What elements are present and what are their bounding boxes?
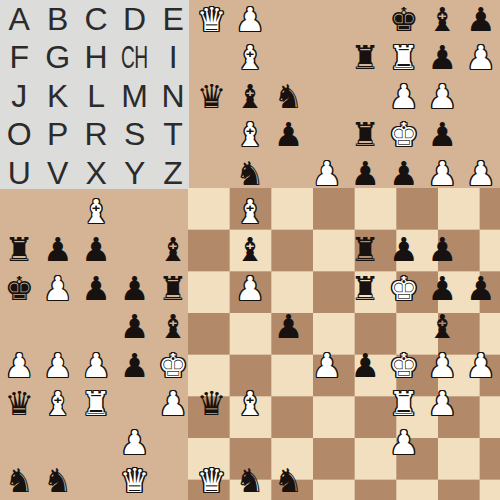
piece-wB[interactable]: ♝ xyxy=(231,192,269,230)
letter-U: U xyxy=(0,154,38,192)
piece-wP[interactable]: ♟ xyxy=(231,0,269,38)
piece-bP[interactable]: ♟ xyxy=(115,346,153,384)
piece-wR[interactable]: ♜ xyxy=(385,385,423,423)
collage-canvas: ABCDE♛♟♚♝♟FGHCHI♝♜♜♟♟JKLMN♛♝♞♟♟OPRST♝♟♜♚… xyxy=(0,0,500,500)
piece-bB[interactable]: ♝ xyxy=(423,308,461,346)
letter-Y: Y xyxy=(115,154,153,192)
piece-bN[interactable]: ♞ xyxy=(38,462,76,500)
piece-wP[interactable]: ♟ xyxy=(38,346,76,384)
letter-I: I xyxy=(154,38,192,76)
piece-wP[interactable]: ♟ xyxy=(423,154,461,192)
piece-bR[interactable]: ♜ xyxy=(346,231,384,269)
piece-bQ[interactable]: ♛ xyxy=(0,385,38,423)
piece-bR[interactable]: ♜ xyxy=(0,231,38,269)
piece-bB[interactable]: ♝ xyxy=(423,0,461,38)
letter-P: P xyxy=(38,115,76,153)
piece-bP[interactable]: ♟ xyxy=(115,269,153,307)
piece-bP[interactable]: ♟ xyxy=(423,231,461,269)
piece-bB[interactable]: ♝ xyxy=(154,308,192,346)
letter-L: L xyxy=(77,77,115,115)
piece-bR[interactable]: ♜ xyxy=(154,269,192,307)
letter-Z: Z xyxy=(154,154,192,192)
piece-bN[interactable]: ♞ xyxy=(231,462,269,500)
piece-wP[interactable]: ♟ xyxy=(423,77,461,115)
piece-bP[interactable]: ♟ xyxy=(346,346,384,384)
piece-bN[interactable]: ♞ xyxy=(269,462,307,500)
letter-S: S xyxy=(115,115,153,153)
piece-wB[interactable]: ♝ xyxy=(231,38,269,76)
piece-wP[interactable]: ♟ xyxy=(115,423,153,461)
piece-wK[interactable]: ♚ xyxy=(154,346,192,384)
piece-bR[interactable]: ♜ xyxy=(346,38,384,76)
piece-bK[interactable]: ♚ xyxy=(0,269,38,307)
letter-V: V xyxy=(38,154,76,192)
piece-wP[interactable]: ♟ xyxy=(231,269,269,307)
letter-F: F xyxy=(0,38,38,76)
letter-X: X xyxy=(77,154,115,192)
piece-bP[interactable]: ♟ xyxy=(115,308,153,346)
piece-wB[interactable]: ♝ xyxy=(231,385,269,423)
piece-wR[interactable]: ♜ xyxy=(385,38,423,76)
piece-bN[interactable]: ♞ xyxy=(269,77,307,115)
letter-M: M xyxy=(115,77,153,115)
piece-bP[interactable]: ♟ xyxy=(423,38,461,76)
piece-bP[interactable]: ♟ xyxy=(462,269,500,307)
letter-O: O xyxy=(0,115,38,153)
piece-wP[interactable]: ♟ xyxy=(77,346,115,384)
piece-bK[interactable]: ♚ xyxy=(385,0,423,38)
piece-bP[interactable]: ♟ xyxy=(346,154,384,192)
piece-bQ[interactable]: ♛ xyxy=(192,385,230,423)
letter-G: G xyxy=(38,38,76,76)
piece-wP[interactable]: ♟ xyxy=(308,346,346,384)
piece-bP[interactable]: ♟ xyxy=(269,115,307,153)
piece-bR[interactable]: ♜ xyxy=(346,115,384,153)
piece-bP[interactable]: ♟ xyxy=(77,269,115,307)
piece-bN[interactable]: ♞ xyxy=(231,154,269,192)
piece-bP[interactable]: ♟ xyxy=(385,231,423,269)
letter-N: N xyxy=(154,77,192,115)
piece-wK[interactable]: ♚ xyxy=(385,115,423,153)
piece-bB[interactable]: ♝ xyxy=(231,231,269,269)
letter-B: B xyxy=(38,0,76,38)
letter-K: K xyxy=(38,77,76,115)
letter-J: J xyxy=(0,77,38,115)
piece-wP[interactable]: ♟ xyxy=(423,346,461,384)
piece-bN[interactable]: ♞ xyxy=(0,462,38,500)
piece-bP[interactable]: ♟ xyxy=(423,115,461,153)
board-layer: ABCDE♛♟♚♝♟FGHCHI♝♜♜♟♟JKLMN♛♝♞♟♟OPRST♝♟♜♚… xyxy=(0,0,500,500)
letter-R: R xyxy=(77,115,115,153)
piece-wP[interactable]: ♟ xyxy=(308,154,346,192)
piece-bR[interactable]: ♜ xyxy=(346,269,384,307)
piece-wB[interactable]: ♝ xyxy=(77,192,115,230)
letter-A: A xyxy=(0,0,38,38)
piece-wP[interactable]: ♟ xyxy=(462,346,500,384)
piece-wP[interactable]: ♟ xyxy=(385,423,423,461)
piece-wK[interactable]: ♚ xyxy=(385,346,423,384)
piece-bB[interactable]: ♝ xyxy=(231,77,269,115)
letter-CH: CH xyxy=(123,38,146,76)
piece-wP[interactable]: ♟ xyxy=(462,38,500,76)
piece-wQ[interactable]: ♛ xyxy=(192,0,230,38)
piece-wQ[interactable]: ♛ xyxy=(192,462,230,500)
letter-C: C xyxy=(77,0,115,38)
piece-wP[interactable]: ♟ xyxy=(154,385,192,423)
piece-wP[interactable]: ♟ xyxy=(385,77,423,115)
piece-wB[interactable]: ♝ xyxy=(231,115,269,153)
piece-wR[interactable]: ♜ xyxy=(77,385,115,423)
piece-wP[interactable]: ♟ xyxy=(423,385,461,423)
piece-wB[interactable]: ♝ xyxy=(38,385,76,423)
piece-wP[interactable]: ♟ xyxy=(462,154,500,192)
piece-bP[interactable]: ♟ xyxy=(462,0,500,38)
piece-bP[interactable]: ♟ xyxy=(77,231,115,269)
piece-bP[interactable]: ♟ xyxy=(269,308,307,346)
piece-bP[interactable]: ♟ xyxy=(38,231,76,269)
piece-bP[interactable]: ♟ xyxy=(385,154,423,192)
piece-bB[interactable]: ♝ xyxy=(154,231,192,269)
piece-bP[interactable]: ♟ xyxy=(423,269,461,307)
piece-wQ[interactable]: ♛ xyxy=(115,462,153,500)
letter-T: T xyxy=(154,115,192,153)
piece-wK[interactable]: ♚ xyxy=(385,269,423,307)
letter-H: H xyxy=(77,38,115,76)
piece-wP[interactable]: ♟ xyxy=(38,269,76,307)
piece-bQ[interactable]: ♛ xyxy=(192,77,230,115)
piece-wP[interactable]: ♟ xyxy=(0,346,38,384)
letter-E: E xyxy=(154,0,192,38)
letter-D: D xyxy=(115,0,153,38)
